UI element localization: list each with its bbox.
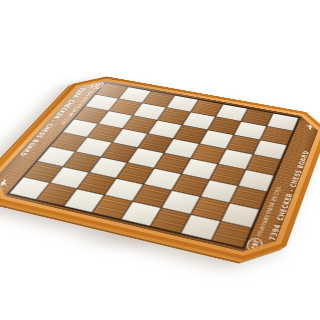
product-photo-scene: FBT กระดานหมากฮอส-หมากรุก ตรานก อินทรี bbox=[0, 0, 320, 320]
bird-icon bbox=[0, 178, 12, 187]
